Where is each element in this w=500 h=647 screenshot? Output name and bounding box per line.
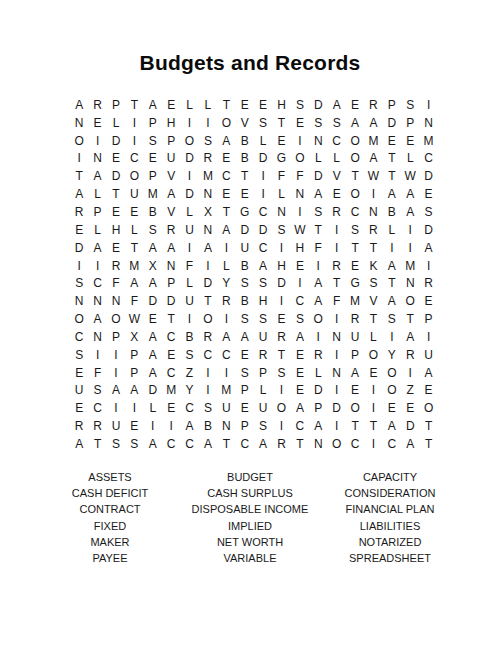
grid-cell: C	[383, 435, 401, 453]
grid-cell: S	[272, 364, 290, 382]
grid-cell: D	[419, 167, 437, 185]
grid-cell: R	[70, 417, 88, 435]
grid-cell: A	[419, 239, 437, 257]
grid-cell: B	[236, 257, 254, 275]
grid-cell: R	[199, 328, 217, 346]
grid-cell: L	[401, 150, 419, 168]
grid-cell: T	[383, 150, 401, 168]
grid-cell: A	[217, 328, 235, 346]
grid-cell: N	[291, 185, 309, 203]
grid-cell: H	[162, 114, 180, 132]
grid-cell: T	[346, 417, 364, 435]
grid-cell: I	[401, 364, 419, 382]
grid-cell: T	[419, 435, 437, 453]
grid-cell: I	[162, 417, 180, 435]
grid-cell: M	[144, 185, 162, 203]
grid-cell: A	[162, 185, 180, 203]
grid-cell: F	[291, 167, 309, 185]
word-list-item: LIABILITIES	[320, 518, 460, 534]
grid-cell: A	[327, 96, 345, 114]
grid-cell: E	[291, 346, 309, 364]
grid-cell: E	[125, 417, 143, 435]
grid-cell: A	[217, 132, 235, 150]
grid-cell: M	[162, 382, 180, 400]
grid-cell: T	[272, 114, 290, 132]
grid-cell: I	[199, 114, 217, 132]
grid-cell: O	[70, 132, 88, 150]
grid-cell: D	[107, 167, 125, 185]
grid-cell: L	[180, 96, 198, 114]
grid-cell: U	[180, 292, 198, 310]
word-list-item: FINANCIAL PLAN	[320, 501, 460, 517]
grid-cell: V	[162, 167, 180, 185]
word-list-item: CAPACITY	[320, 469, 460, 485]
grid-cell: L	[309, 150, 327, 168]
grid-cell: E	[419, 185, 437, 203]
grid-cell: A	[291, 399, 309, 417]
grid-cell: C	[217, 167, 235, 185]
grid-cell: R	[162, 221, 180, 239]
grid-cell: D	[144, 292, 162, 310]
grid-cell: I	[107, 364, 125, 382]
grid-cell: T	[364, 417, 382, 435]
grid-cell: D	[383, 114, 401, 132]
grid-cell: O	[217, 114, 235, 132]
grid-cell: N	[88, 292, 106, 310]
word-list: ASSETSCASH DEFICITCONTRACTFIXEDMAKERPAYE…	[40, 469, 460, 566]
grid-cell: O	[346, 132, 364, 150]
grid-cell: I	[364, 382, 382, 400]
grid-cell: I	[383, 239, 401, 257]
grid-cell: B	[383, 203, 401, 221]
grid-cell: A	[144, 96, 162, 114]
grid-cell: I	[327, 382, 345, 400]
grid-cell: C	[327, 132, 345, 150]
grid-cell: I	[107, 399, 125, 417]
grid-cell: E	[70, 399, 88, 417]
grid-cell: B	[199, 417, 217, 435]
grid-cell: A	[346, 114, 364, 132]
grid-cell: C	[162, 435, 180, 453]
grid-cell: H	[272, 257, 290, 275]
grid-cell: U	[125, 185, 143, 203]
grid-cell: O	[401, 292, 419, 310]
grid-cell: R	[327, 257, 345, 275]
grid-cell: C	[254, 239, 272, 257]
grid-cell: I	[364, 399, 382, 417]
grid-cell: S	[144, 221, 162, 239]
grid-cell: I	[217, 239, 235, 257]
grid-cell: R	[401, 346, 419, 364]
grid-cell: M	[125, 257, 143, 275]
grid-cell: W	[401, 167, 419, 185]
grid-cell: M	[419, 132, 437, 150]
grid-cell: A	[236, 328, 254, 346]
grid-cell: O	[383, 382, 401, 400]
grid-cell: C	[419, 150, 437, 168]
grid-cell: S	[107, 435, 125, 453]
grid-cell: P	[107, 328, 125, 346]
grid-cell: T	[309, 221, 327, 239]
grid-cell: L	[254, 132, 272, 150]
grid-cell: P	[383, 96, 401, 114]
grid-cell: I	[327, 346, 345, 364]
grid-cell: I	[272, 239, 290, 257]
grid-cell: I	[254, 185, 272, 203]
word-list-item: CONSIDERATION	[320, 485, 460, 501]
grid-cell: E	[144, 150, 162, 168]
grid-cell: L	[144, 399, 162, 417]
grid-cell: T	[272, 346, 290, 364]
grid-cell: A	[419, 364, 437, 382]
word-list-column: CAPACITYCONSIDERATIONFINANCIAL PLANLIABI…	[320, 469, 460, 566]
grid-cell: I	[88, 257, 106, 275]
grid-cell: O	[180, 132, 198, 150]
grid-cell: A	[309, 292, 327, 310]
grid-cell: E	[162, 399, 180, 417]
grid-cell: D	[401, 417, 419, 435]
grid-cell: S	[383, 310, 401, 328]
grid-cell: D	[254, 150, 272, 168]
grid-cell: E	[236, 185, 254, 203]
grid-cell: M	[401, 257, 419, 275]
grid-cell: U	[236, 239, 254, 257]
grid-cell: I	[107, 346, 125, 364]
grid-cell: E	[346, 257, 364, 275]
grid-cell: A	[217, 221, 235, 239]
grid-cell: S	[401, 96, 419, 114]
grid-cell: A	[364, 150, 382, 168]
grid-cell: N	[88, 150, 106, 168]
grid-cell: A	[401, 435, 419, 453]
grid-cell: R	[107, 257, 125, 275]
grid-cell: Z	[401, 382, 419, 400]
grid-cell: E	[70, 364, 88, 382]
grid-cell: X	[144, 257, 162, 275]
grid-cell: N	[199, 185, 217, 203]
grid-cell: D	[70, 239, 88, 257]
grid-cell: C	[88, 274, 106, 292]
grid-cell: T	[346, 239, 364, 257]
grid-cell: A	[107, 382, 125, 400]
puzzle-title: Budgets and Records	[0, 51, 500, 74]
grid-cell: D	[309, 382, 327, 400]
grid-cell: C	[70, 328, 88, 346]
grid-cell: N	[199, 221, 217, 239]
grid-cell: D	[254, 221, 272, 239]
grid-cell: S	[254, 417, 272, 435]
grid-cell: U	[346, 328, 364, 346]
grid-cell: I	[419, 96, 437, 114]
grid-cell: E	[346, 382, 364, 400]
grid-cell: S	[254, 114, 272, 132]
grid-cell: V	[327, 167, 345, 185]
grid-cell: O	[346, 150, 364, 168]
grid-cell: T	[217, 435, 235, 453]
grid-cell: N	[88, 328, 106, 346]
grid-cell: C	[125, 150, 143, 168]
grid-cell: A	[144, 328, 162, 346]
grid-cell: P	[254, 364, 272, 382]
grid-cell: T	[217, 96, 235, 114]
grid-cell: T	[401, 310, 419, 328]
grid-cell: U	[107, 417, 125, 435]
grid-cell: M	[346, 292, 364, 310]
grid-cell: E	[88, 114, 106, 132]
grid-cell: I	[180, 239, 198, 257]
grid-cell: I	[88, 346, 106, 364]
grid-cell: I	[327, 417, 345, 435]
grid-cell: T	[88, 435, 106, 453]
grid-cell: Y	[180, 382, 198, 400]
grid-cell: N	[309, 435, 327, 453]
grid-cell: A	[144, 346, 162, 364]
grid-cell: F	[327, 292, 345, 310]
grid-cell: R	[419, 274, 437, 292]
grid-cell: S	[199, 399, 217, 417]
grid-cell: E	[401, 399, 419, 417]
grid-cell: Y	[217, 274, 235, 292]
grid-cell: O	[70, 310, 88, 328]
grid-cell: P	[236, 382, 254, 400]
grid-cell: U	[180, 221, 198, 239]
grid-cell: S	[346, 221, 364, 239]
grid-cell: A	[401, 328, 419, 346]
grid-cell: O	[291, 150, 309, 168]
word-list-item: CONTRACT	[40, 501, 180, 517]
word-list-item: DISPOSABLE INCOME	[180, 501, 320, 517]
grid-cell: T	[346, 167, 364, 185]
grid-cell: T	[125, 239, 143, 257]
grid-cell: O	[346, 185, 364, 203]
grid-cell: P	[309, 399, 327, 417]
grid-cell: T	[125, 96, 143, 114]
grid-cell: H	[254, 292, 272, 310]
grid-cell: L	[217, 257, 235, 275]
grid-cell: R	[199, 150, 217, 168]
grid-cell: E	[401, 132, 419, 150]
grid-cell: A	[401, 185, 419, 203]
grid-cell: O	[199, 310, 217, 328]
grid-cell: C	[199, 346, 217, 364]
grid-cell: E	[383, 132, 401, 150]
grid-cell: P	[346, 346, 364, 364]
grid-cell: U	[70, 382, 88, 400]
grid-cell: C	[346, 435, 364, 453]
grid-cell: P	[144, 167, 162, 185]
grid-cell: E	[217, 185, 235, 203]
grid-cell: A	[125, 382, 143, 400]
grid-cell: T	[217, 203, 235, 221]
grid-cell: R	[88, 417, 106, 435]
grid-cell: B	[236, 132, 254, 150]
grid-cell: I	[383, 328, 401, 346]
grid-cell: A	[383, 257, 401, 275]
grid-cell: I	[70, 257, 88, 275]
grid-cell: W	[291, 221, 309, 239]
word-list-item: FIXED	[40, 518, 180, 534]
grid-cell: H	[107, 221, 125, 239]
grid-cell: E	[291, 114, 309, 132]
grid-cell: A	[309, 417, 327, 435]
grid-cell: H	[272, 96, 290, 114]
grid-cell: I	[180, 310, 198, 328]
grid-cell: E	[162, 346, 180, 364]
word-list-item: MAKER	[40, 534, 180, 550]
grid-cell: S	[236, 274, 254, 292]
grid-cell: E	[364, 364, 382, 382]
grid-cell: N	[309, 132, 327, 150]
grid-cell: I	[327, 310, 345, 328]
grid-cell: A	[162, 239, 180, 257]
grid-cell: S	[254, 274, 272, 292]
grid-cell: E	[236, 346, 254, 364]
grid-cell: N	[327, 364, 345, 382]
grid-cell: P	[125, 364, 143, 382]
grid-cell: I	[419, 328, 437, 346]
grid-cell: E	[383, 399, 401, 417]
grid-cell: A	[180, 417, 198, 435]
grid-cell: S	[327, 114, 345, 132]
grid-cell: K	[364, 257, 382, 275]
grid-cell: O	[125, 167, 143, 185]
grid-cell: R	[254, 346, 272, 364]
grid-cell: I	[291, 203, 309, 221]
letter-grid: ARPTAELLTEEHSDAERPSINELIPHIIOVSTESSAADPN…	[70, 96, 438, 453]
grid-cell: A	[199, 239, 217, 257]
grid-cell: S	[88, 382, 106, 400]
grid-cell: F	[180, 257, 198, 275]
grid-cell: R	[217, 292, 235, 310]
grid-cell: D	[236, 221, 254, 239]
grid-cell: N	[272, 203, 290, 221]
grid-cell: D	[309, 96, 327, 114]
grid-cell: C	[236, 435, 254, 453]
grid-cell: D	[327, 399, 345, 417]
word-list-item: CASH DEFICIT	[40, 485, 180, 501]
grid-cell: P	[125, 346, 143, 364]
grid-cell: E	[107, 203, 125, 221]
grid-cell: L	[107, 114, 125, 132]
grid-cell: U	[254, 399, 272, 417]
grid-cell: T	[291, 435, 309, 453]
grid-cell: I	[291, 274, 309, 292]
grid-cell: A	[199, 435, 217, 453]
grid-cell: A	[254, 435, 272, 453]
grid-cell: D	[180, 185, 198, 203]
grid-cell: A	[364, 114, 382, 132]
grid-cell: S	[291, 96, 309, 114]
grid-cell: U	[419, 346, 437, 364]
grid-cell: E	[70, 221, 88, 239]
grid-cell: U	[254, 328, 272, 346]
grid-cell: A	[88, 310, 106, 328]
grid-cell: N	[70, 292, 88, 310]
grid-cell: L	[272, 185, 290, 203]
grid-cell: V	[236, 114, 254, 132]
grid-cell: E	[291, 382, 309, 400]
grid-cell: I	[364, 435, 382, 453]
grid-cell: S	[199, 132, 217, 150]
grid-cell: A	[88, 239, 106, 257]
grid-cell: S	[236, 364, 254, 382]
grid-cell: A	[401, 203, 419, 221]
grid-cell: S	[180, 346, 198, 364]
grid-cell: A	[383, 185, 401, 203]
grid-cell: E	[327, 185, 345, 203]
grid-cell: I	[291, 132, 309, 150]
grid-cell: I	[309, 328, 327, 346]
grid-cell: O	[272, 399, 290, 417]
grid-cell: I	[70, 150, 88, 168]
grid-cell: P	[162, 274, 180, 292]
grid-cell: O	[309, 310, 327, 328]
word-list-column: BUDGETCASH SURPLUSDISPOSABLE INCOMEIMPLI…	[180, 469, 320, 566]
grid-cell: C	[180, 399, 198, 417]
grid-cell: L	[180, 203, 198, 221]
grid-cell: P	[144, 114, 162, 132]
grid-cell: E	[291, 257, 309, 275]
grid-cell: A	[254, 257, 272, 275]
grid-cell: R	[272, 435, 290, 453]
grid-cell: G	[272, 150, 290, 168]
grid-cell: V	[162, 203, 180, 221]
grid-cell: S	[236, 310, 254, 328]
grid-cell: F	[272, 167, 290, 185]
grid-cell: P	[419, 310, 437, 328]
grid-cell: I	[125, 132, 143, 150]
grid-cell: D	[419, 221, 437, 239]
word-list-item: NOTARIZED	[320, 534, 460, 550]
grid-cell: E	[419, 382, 437, 400]
grid-cell: F	[88, 364, 106, 382]
grid-cell: M	[217, 382, 235, 400]
grid-cell: P	[162, 132, 180, 150]
grid-cell: T	[236, 167, 254, 185]
grid-cell: T	[383, 274, 401, 292]
grid-cell: C	[254, 203, 272, 221]
grid-cell: L	[309, 364, 327, 382]
grid-cell: R	[70, 203, 88, 221]
grid-cell: C	[162, 328, 180, 346]
grid-cell: E	[217, 150, 235, 168]
grid-cell: L	[383, 221, 401, 239]
grid-cell: C	[291, 417, 309, 435]
grid-cell: V	[364, 292, 382, 310]
grid-cell: T	[162, 310, 180, 328]
grid-cell: C	[346, 203, 364, 221]
grid-cell: S	[291, 310, 309, 328]
grid-cell: T	[107, 185, 125, 203]
grid-cell: E	[107, 239, 125, 257]
grid-cell: R	[327, 203, 345, 221]
grid-cell: S	[70, 274, 88, 292]
grid-cell: E	[346, 96, 364, 114]
word-list-item: PAYEE	[40, 550, 180, 566]
grid-cell: E	[272, 132, 290, 150]
grid-cell: A	[144, 435, 162, 453]
grid-cell: R	[88, 96, 106, 114]
grid-cell: E	[107, 150, 125, 168]
grid-cell: P	[401, 114, 419, 132]
grid-cell: E	[144, 310, 162, 328]
grid-cell: R	[309, 346, 327, 364]
grid-cell: I	[199, 382, 217, 400]
grid-cell: A	[144, 239, 162, 257]
word-list-item: SPREADSHEET	[320, 550, 460, 566]
grid-cell: F	[309, 239, 327, 257]
grid-cell: A	[70, 96, 88, 114]
